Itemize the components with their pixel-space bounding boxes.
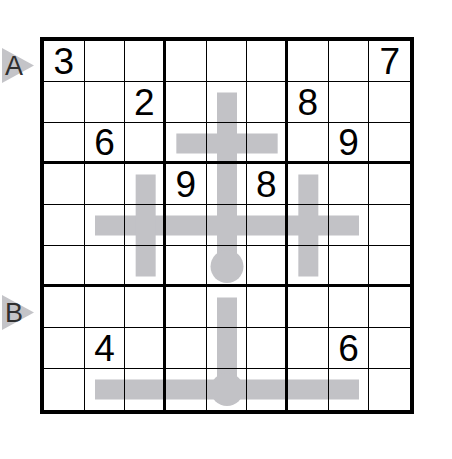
cell-r7c6[interactable] [247, 287, 288, 328]
cell-r1c4[interactable] [166, 41, 207, 82]
cell-r2c1[interactable] [44, 82, 85, 123]
cell-r2c4[interactable] [166, 82, 207, 123]
cell-r8c2[interactable]: 4 [85, 328, 126, 369]
cell-r4c3[interactable] [125, 164, 166, 205]
cell-r4c8[interactable] [329, 164, 370, 205]
cell-r7c7[interactable] [288, 287, 329, 328]
cell-r7c5[interactable] [207, 287, 248, 328]
cell-r7c8[interactable] [329, 287, 370, 328]
cell-r7c1[interactable] [44, 287, 85, 328]
cell-r1c2[interactable] [85, 41, 126, 82]
cell-r8c1[interactable] [44, 328, 85, 369]
cell-r3c2[interactable]: 6 [85, 123, 126, 164]
cell-r5c4[interactable] [166, 205, 207, 246]
cell-r8c8[interactable]: 6 [329, 328, 370, 369]
cell-r4c1[interactable] [44, 164, 85, 205]
cell-r4c2[interactable] [85, 164, 126, 205]
cell-r5c3[interactable] [125, 205, 166, 246]
cell-r9c9[interactable] [369, 369, 410, 410]
answer-row-marker-label: A [5, 52, 23, 79]
cell-r9c2[interactable] [85, 369, 126, 410]
cell-r8c4[interactable] [166, 328, 207, 369]
cell-r6c8[interactable] [329, 246, 370, 287]
cell-r1c5[interactable] [207, 41, 248, 82]
cell-r5c2[interactable] [85, 205, 126, 246]
cell-r1c6[interactable] [247, 41, 288, 82]
cell-r9c6[interactable] [247, 369, 288, 410]
cell-r2c6[interactable] [247, 82, 288, 123]
cell-r7c4[interactable] [166, 287, 207, 328]
cell-r2c3[interactable]: 2 [125, 82, 166, 123]
answer-row-marker-b: B [2, 295, 38, 330]
cell-r8c9[interactable] [369, 328, 410, 369]
cell-r5c7[interactable] [288, 205, 329, 246]
cell-r6c1[interactable] [44, 246, 85, 287]
cell-r4c6[interactable]: 8 [247, 164, 288, 205]
cell-r4c7[interactable] [288, 164, 329, 205]
cell-r9c7[interactable] [288, 369, 329, 410]
cell-r2c2[interactable] [85, 82, 126, 123]
cell-r7c2[interactable] [85, 287, 126, 328]
cell-r8c6[interactable] [247, 328, 288, 369]
sudoku-board: 3728699846 [40, 37, 414, 414]
cell-r1c1[interactable]: 3 [44, 41, 85, 82]
cell-r7c3[interactable] [125, 287, 166, 328]
cell-r3c3[interactable] [125, 123, 166, 164]
cell-r3c7[interactable] [288, 123, 329, 164]
cell-r6c6[interactable] [247, 246, 288, 287]
cell-r3c4[interactable] [166, 123, 207, 164]
cell-r5c1[interactable] [44, 205, 85, 246]
cell-r6c5[interactable] [207, 246, 248, 287]
cell-r4c9[interactable] [369, 164, 410, 205]
cell-r6c9[interactable] [369, 246, 410, 287]
cell-r3c1[interactable] [44, 123, 85, 164]
cell-r5c8[interactable] [329, 205, 370, 246]
cell-r2c7[interactable]: 8 [288, 82, 329, 123]
cell-r9c1[interactable] [44, 369, 85, 410]
cell-r2c8[interactable] [329, 82, 370, 123]
cell-r4c5[interactable] [207, 164, 248, 205]
answer-row-marker-label: B [5, 299, 23, 326]
cell-r7c9[interactable] [369, 287, 410, 328]
cell-r1c7[interactable] [288, 41, 329, 82]
cell-r8c3[interactable] [125, 328, 166, 369]
cell-r6c3[interactable] [125, 246, 166, 287]
cell-r3c9[interactable] [369, 123, 410, 164]
cell-r5c9[interactable] [369, 205, 410, 246]
cell-r1c8[interactable] [329, 41, 370, 82]
cell-r1c9[interactable]: 7 [369, 41, 410, 82]
sudoku-grid: 3728699846 [44, 41, 410, 410]
cell-r3c6[interactable] [247, 123, 288, 164]
cell-r2c9[interactable] [369, 82, 410, 123]
cell-r6c2[interactable] [85, 246, 126, 287]
cell-r3c5[interactable] [207, 123, 248, 164]
cell-r1c3[interactable] [125, 41, 166, 82]
cell-r6c7[interactable] [288, 246, 329, 287]
cell-r2c5[interactable] [207, 82, 248, 123]
cell-r9c8[interactable] [329, 369, 370, 410]
cell-r6c4[interactable] [166, 246, 207, 287]
cell-r5c5[interactable] [207, 205, 248, 246]
cell-r9c4[interactable] [166, 369, 207, 410]
cell-r4c4[interactable]: 9 [166, 164, 207, 205]
cell-r3c8[interactable]: 9 [329, 123, 370, 164]
answer-row-marker-a: A [2, 48, 38, 83]
cell-r8c5[interactable] [207, 328, 248, 369]
cell-r8c7[interactable] [288, 328, 329, 369]
cell-r5c6[interactable] [247, 205, 288, 246]
cell-r9c3[interactable] [125, 369, 166, 410]
cell-r9c5[interactable] [207, 369, 248, 410]
